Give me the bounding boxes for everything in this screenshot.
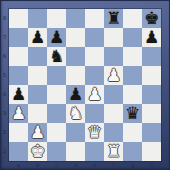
square-e5[interactable] [85, 66, 104, 85]
file-label-e: e [85, 161, 104, 170]
square-a1[interactable] [9, 142, 28, 161]
square-c4[interactable] [47, 85, 66, 104]
square-c8[interactable] [47, 9, 66, 28]
square-e1[interactable] [85, 142, 104, 161]
piece-black-pawn-d4[interactable]: ♟ [66, 85, 85, 104]
rank-label-8: 8 [0, 9, 9, 28]
square-f6[interactable] [104, 47, 123, 66]
piece-white-pawn-a3[interactable]: ♟ [9, 104, 28, 123]
rank-label-1: 1 [0, 142, 9, 161]
square-f5[interactable]: ♟ [104, 66, 123, 85]
piece-white-pawn-e4[interactable]: ♟ [85, 85, 104, 104]
rank-label-2: 2 [0, 123, 9, 142]
square-a3[interactable]: ♟ [9, 104, 28, 123]
piece-black-pawn-a4[interactable]: ♟ [9, 85, 28, 104]
square-g7[interactable] [123, 28, 142, 47]
rank-label-6: 6 [0, 47, 9, 66]
square-h7[interactable]: ♟ [142, 28, 161, 47]
square-h5[interactable] [142, 66, 161, 85]
square-b5[interactable] [28, 66, 47, 85]
square-b3[interactable] [28, 104, 47, 123]
file-label-d: d [66, 161, 85, 170]
square-e4[interactable]: ♟ [85, 85, 104, 104]
file-label-g: g [123, 161, 142, 170]
piece-white-king-b1[interactable]: ♚ [28, 142, 47, 161]
file-label-h: h [142, 161, 161, 170]
square-c2[interactable] [47, 123, 66, 142]
file-label-f: f [104, 161, 123, 170]
piece-black-pawn-b7[interactable]: ♟ [28, 28, 47, 47]
square-e8[interactable] [85, 9, 104, 28]
file-label-a: a [9, 161, 28, 170]
square-a5[interactable] [9, 66, 28, 85]
square-g8[interactable] [123, 9, 142, 28]
square-d6[interactable] [66, 47, 85, 66]
square-e2[interactable]: ♛ [85, 123, 104, 142]
square-g6[interactable] [123, 47, 142, 66]
square-a8[interactable] [9, 9, 28, 28]
chess-board-frame: ♜♚♟♟♟♞♟♟♟♟♟♞♛♟♛♚♜ 87654321abcdefgh [0, 0, 170, 170]
piece-white-pawn-b2[interactable]: ♟ [28, 123, 47, 142]
square-f7[interactable] [104, 28, 123, 47]
square-b6[interactable] [28, 47, 47, 66]
square-g2[interactable] [123, 123, 142, 142]
piece-white-queen-e2[interactable]: ♛ [85, 123, 104, 142]
square-b7[interactable]: ♟ [28, 28, 47, 47]
file-label-b: b [28, 161, 47, 170]
rank-label-7: 7 [0, 28, 9, 47]
square-g4[interactable] [123, 85, 142, 104]
square-c3[interactable] [47, 104, 66, 123]
square-e3[interactable] [85, 104, 104, 123]
square-a6[interactable] [9, 47, 28, 66]
square-d7[interactable] [66, 28, 85, 47]
square-d2[interactable] [66, 123, 85, 142]
piece-black-king-h8[interactable]: ♚ [142, 9, 161, 28]
piece-white-knight-d3[interactable]: ♞ [66, 104, 85, 123]
square-c5[interactable] [47, 66, 66, 85]
square-g3[interactable]: ♛ [123, 104, 142, 123]
square-f3[interactable] [104, 104, 123, 123]
square-g5[interactable] [123, 66, 142, 85]
piece-black-pawn-h7[interactable]: ♟ [142, 28, 161, 47]
square-b1[interactable]: ♚ [28, 142, 47, 161]
piece-black-queen-g3[interactable]: ♛ [123, 104, 142, 123]
square-b4[interactable] [28, 85, 47, 104]
square-f2[interactable] [104, 123, 123, 142]
square-f1[interactable]: ♜ [104, 142, 123, 161]
square-c7[interactable]: ♟ [47, 28, 66, 47]
square-c6[interactable]: ♞ [47, 47, 66, 66]
square-h2[interactable] [142, 123, 161, 142]
square-b2[interactable]: ♟ [28, 123, 47, 142]
piece-white-rook-f1[interactable]: ♜ [104, 142, 123, 161]
square-f8[interactable]: ♜ [104, 9, 123, 28]
square-h1[interactable] [142, 142, 161, 161]
square-h3[interactable] [142, 104, 161, 123]
square-d4[interactable]: ♟ [66, 85, 85, 104]
square-h4[interactable] [142, 85, 161, 104]
rank-label-5: 5 [0, 66, 9, 85]
piece-black-pawn-c7[interactable]: ♟ [47, 28, 66, 47]
piece-black-rook-f8[interactable]: ♜ [104, 9, 123, 28]
square-g1[interactable] [123, 142, 142, 161]
square-d3[interactable]: ♞ [66, 104, 85, 123]
square-d8[interactable] [66, 9, 85, 28]
square-a4[interactable]: ♟ [9, 85, 28, 104]
square-h6[interactable] [142, 47, 161, 66]
square-d1[interactable] [66, 142, 85, 161]
square-e7[interactable] [85, 28, 104, 47]
piece-white-pawn-f5[interactable]: ♟ [104, 66, 123, 85]
square-b8[interactable] [28, 9, 47, 28]
chess-board: ♜♚♟♟♟♞♟♟♟♟♟♞♛♟♛♚♜ [9, 9, 161, 161]
square-f4[interactable] [104, 85, 123, 104]
rank-label-4: 4 [0, 85, 9, 104]
square-d5[interactable] [66, 66, 85, 85]
square-a2[interactable] [9, 123, 28, 142]
square-e6[interactable] [85, 47, 104, 66]
rank-label-3: 3 [0, 104, 9, 123]
square-c1[interactable] [47, 142, 66, 161]
piece-black-knight-c6[interactable]: ♞ [47, 47, 66, 66]
square-h8[interactable]: ♚ [142, 9, 161, 28]
square-a7[interactable] [9, 28, 28, 47]
file-label-c: c [47, 161, 66, 170]
